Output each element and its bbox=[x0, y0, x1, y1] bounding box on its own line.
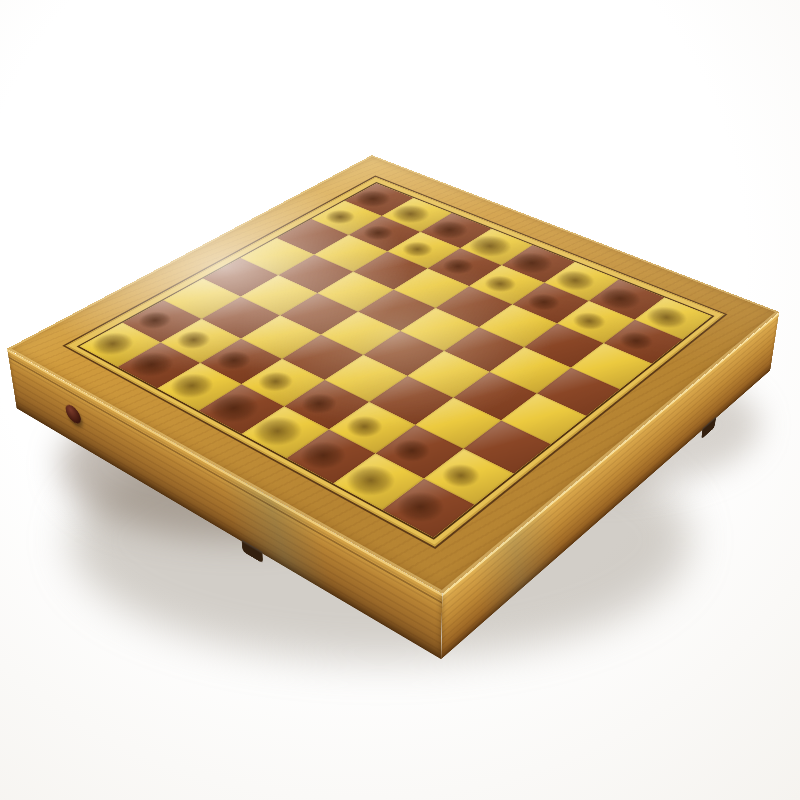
piece-white-rook[interactable]: ♜ bbox=[396, 416, 462, 506]
product-photo: ♜♞♝♚♛♝♞♜♟♟♟♟♟♟♟♟♟♟♟♟♟♟♟♟♜♞♝♚♛♝♞♜ bbox=[0, 0, 800, 800]
scene-3d: ♜♞♝♚♛♝♞♜♟♟♟♟♟♟♟♟♟♟♟♟♟♟♟♟♜♞♝♚♛♝♞♜ bbox=[0, 0, 800, 800]
piece-black-pawn[interactable]: ♟ bbox=[619, 275, 668, 340]
drawer-knob[interactable] bbox=[65, 402, 82, 427]
board-frame: ♜♞♝♚♛♝♞♜♟♟♟♟♟♟♟♟♟♟♟♟♟♟♟♟♜♞♝♚♛♝♞♜ bbox=[7, 155, 779, 593]
box-foot bbox=[701, 416, 716, 439]
box-foot bbox=[241, 540, 263, 564]
